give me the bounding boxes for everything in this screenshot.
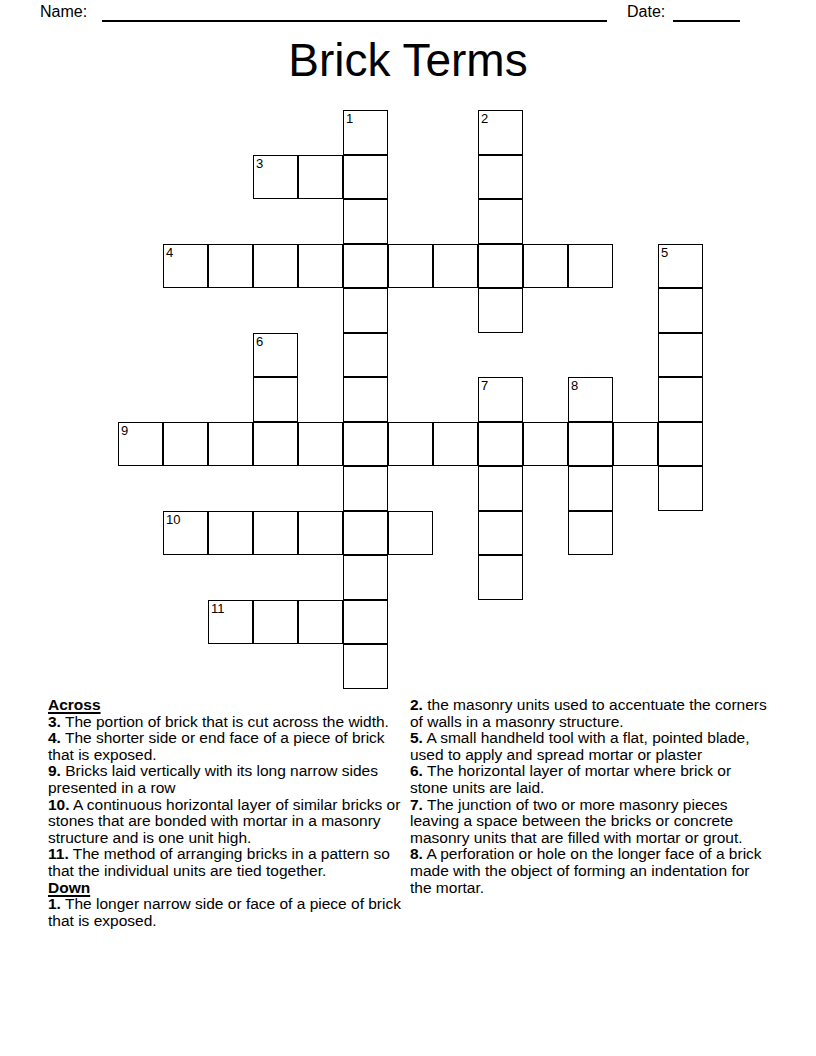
grid-block xyxy=(523,377,568,422)
grid-cell[interactable] xyxy=(343,288,388,333)
grid-block xyxy=(478,600,523,645)
grid-block xyxy=(163,377,208,422)
clue-number: 1 xyxy=(346,111,353,126)
grid-block xyxy=(388,199,433,244)
grid-cell[interactable] xyxy=(343,244,388,289)
grid-block xyxy=(298,644,343,689)
grid-cell[interactable] xyxy=(343,600,388,645)
grid-cell[interactable] xyxy=(208,244,253,289)
clue: 1. The longer narrow side or face of a p… xyxy=(48,896,406,929)
grid-cell[interactable] xyxy=(343,377,388,422)
grid-block xyxy=(568,110,613,155)
grid-block xyxy=(298,377,343,422)
clues-left-column: Across 3. The portion of brick that is c… xyxy=(48,697,406,929)
grid-cell[interactable] xyxy=(298,422,343,467)
grid-cell[interactable]: 6 xyxy=(253,333,298,378)
grid-block xyxy=(208,110,253,155)
clue-number: 4 xyxy=(166,245,173,260)
grid-block xyxy=(658,555,703,600)
grid-block xyxy=(433,199,478,244)
grid-block xyxy=(208,555,253,600)
grid-block xyxy=(208,377,253,422)
grid-cell[interactable] xyxy=(568,511,613,556)
grid-block xyxy=(298,110,343,155)
grid-block xyxy=(568,155,613,200)
grid-block xyxy=(118,600,163,645)
grid-block xyxy=(298,333,343,378)
grid-cell[interactable]: 11 xyxy=(208,600,253,645)
grid-cell[interactable]: 8 xyxy=(568,377,613,422)
grid-block xyxy=(118,511,163,556)
grid-block xyxy=(163,110,208,155)
grid-block xyxy=(523,466,568,511)
crossword-grid: 1234567891011 xyxy=(118,110,703,689)
grid-cell[interactable] xyxy=(478,199,523,244)
grid-block xyxy=(388,644,433,689)
grid-block xyxy=(568,288,613,333)
down-clue-list-left: 1. The longer narrow side or face of a p… xyxy=(48,896,406,929)
grid-cell[interactable]: 9 xyxy=(118,422,163,467)
grid-block xyxy=(613,377,658,422)
grid-cell[interactable] xyxy=(658,466,703,511)
grid-cell[interactable] xyxy=(388,511,433,556)
grid-cell[interactable] xyxy=(163,422,208,467)
grid-block xyxy=(298,466,343,511)
grid-block xyxy=(658,511,703,556)
grid-block xyxy=(433,155,478,200)
grid-cell[interactable] xyxy=(208,511,253,556)
grid-cell[interactable] xyxy=(253,511,298,556)
grid-block xyxy=(568,555,613,600)
grid-block xyxy=(118,333,163,378)
grid-cell[interactable] xyxy=(478,244,523,289)
grid-cell[interactable] xyxy=(478,288,523,333)
clue-number: 3 xyxy=(256,156,263,171)
grid-block xyxy=(568,600,613,645)
grid-block xyxy=(253,644,298,689)
grid-cell[interactable] xyxy=(343,199,388,244)
grid-block xyxy=(208,466,253,511)
grid-cell[interactable] xyxy=(478,511,523,556)
clue-number: 2 xyxy=(481,111,488,126)
clue-number: 9 xyxy=(121,423,128,438)
grid-cell[interactable] xyxy=(658,377,703,422)
grid-cell[interactable] xyxy=(568,244,613,289)
grid-block xyxy=(568,199,613,244)
grid-block xyxy=(433,110,478,155)
grid-block xyxy=(388,110,433,155)
grid-block xyxy=(208,333,253,378)
clue: 3. The portion of brick that is cut acro… xyxy=(48,714,406,731)
name-input-line[interactable] xyxy=(102,0,607,22)
grid-block xyxy=(163,555,208,600)
grid-block xyxy=(163,288,208,333)
grid-cell[interactable] xyxy=(298,155,343,200)
grid-cell[interactable] xyxy=(343,333,388,378)
clue-number: 10 xyxy=(166,512,180,527)
grid-block xyxy=(658,644,703,689)
grid-block xyxy=(208,155,253,200)
down-clue-list-right: 2. the masonry units used to accentuate … xyxy=(410,697,772,896)
grid-block xyxy=(568,333,613,378)
grid-cell[interactable] xyxy=(613,422,658,467)
grid-cell[interactable] xyxy=(253,377,298,422)
grid-cell[interactable] xyxy=(478,155,523,200)
clue-number: 11 xyxy=(211,601,225,616)
worksheet-page: Name: Date: Brick Terms 1234567891011 Ac… xyxy=(0,0,816,1056)
grid-block xyxy=(388,333,433,378)
grid-block xyxy=(253,555,298,600)
grid-block xyxy=(613,511,658,556)
clue: 11. The method of arranging bricks in a … xyxy=(48,846,406,879)
grid-cell[interactable] xyxy=(433,244,478,289)
grid-cell[interactable] xyxy=(298,244,343,289)
grid-cell[interactable] xyxy=(388,422,433,467)
grid-block xyxy=(253,110,298,155)
grid-cell[interactable]: 1 xyxy=(343,110,388,155)
grid-cell[interactable] xyxy=(433,422,478,467)
grid-block xyxy=(163,600,208,645)
grid-block xyxy=(118,199,163,244)
grid-block xyxy=(613,644,658,689)
grid-block xyxy=(298,555,343,600)
grid-cell[interactable] xyxy=(523,244,568,289)
down-header: Down xyxy=(48,880,406,897)
clue-num: 7. xyxy=(410,796,423,813)
grid-cell[interactable] xyxy=(253,244,298,289)
grid-block xyxy=(613,555,658,600)
grid-cell[interactable] xyxy=(253,600,298,645)
grid-block xyxy=(658,199,703,244)
grid-block xyxy=(388,155,433,200)
grid-block xyxy=(163,155,208,200)
grid-cell[interactable] xyxy=(343,422,388,467)
clue-number: 8 xyxy=(571,378,578,393)
grid-block xyxy=(118,377,163,422)
clue-num: 2. xyxy=(410,696,423,713)
clue-number: 6 xyxy=(256,334,263,349)
grid-block xyxy=(433,466,478,511)
grid-block xyxy=(118,155,163,200)
clue: 7. The junction of two or more masonry p… xyxy=(410,797,772,847)
grid-block xyxy=(208,288,253,333)
grid-cell[interactable]: 3 xyxy=(253,155,298,200)
clue: 9. Bricks laid vertically with its long … xyxy=(48,763,406,796)
grid-cell[interactable] xyxy=(343,511,388,556)
grid-block xyxy=(388,600,433,645)
grid-block xyxy=(253,199,298,244)
grid-cell[interactable] xyxy=(343,466,388,511)
across-header: Across xyxy=(48,697,406,714)
clue: 5. A small handheld tool with a flat, po… xyxy=(410,730,772,763)
grid-block xyxy=(298,199,343,244)
grid-cell[interactable] xyxy=(658,422,703,467)
grid-block xyxy=(523,288,568,333)
grid-block xyxy=(658,155,703,200)
grid-cell[interactable] xyxy=(343,555,388,600)
date-input-line[interactable] xyxy=(673,0,740,22)
grid-block xyxy=(118,110,163,155)
clue: 2. the masonry units used to accentuate … xyxy=(410,697,772,730)
grid-block xyxy=(388,555,433,600)
clue-num: 10. xyxy=(48,796,70,813)
grid-block xyxy=(118,288,163,333)
clue: 8. A perforation or hole on the longer f… xyxy=(410,846,772,896)
grid-block xyxy=(433,377,478,422)
name-label: Name: xyxy=(40,3,87,21)
grid-cell[interactable] xyxy=(478,555,523,600)
grid-cell[interactable] xyxy=(208,422,253,467)
grid-cell[interactable] xyxy=(658,333,703,378)
grid-block xyxy=(433,644,478,689)
clue-num: 9. xyxy=(48,762,61,779)
clue: 10. A continuous horizontal layer of sim… xyxy=(48,797,406,847)
clue-num: 8. xyxy=(410,845,423,862)
grid-block xyxy=(523,333,568,378)
grid-cell[interactable]: 7 xyxy=(478,377,523,422)
grid-block xyxy=(523,511,568,556)
grid-cell[interactable]: 4 xyxy=(163,244,208,289)
grid-block xyxy=(478,333,523,378)
clue-number: 5 xyxy=(661,245,668,260)
grid-block xyxy=(568,644,613,689)
grid-cell[interactable] xyxy=(298,600,343,645)
grid-block xyxy=(118,466,163,511)
clues-right-column: 2. the masonry units used to accentuate … xyxy=(410,697,772,896)
grid-block xyxy=(523,600,568,645)
grid-block xyxy=(523,644,568,689)
grid-block xyxy=(118,244,163,289)
grid-cell[interactable] xyxy=(388,244,433,289)
grid-block xyxy=(658,110,703,155)
grid-block xyxy=(433,511,478,556)
grid-block xyxy=(163,644,208,689)
grid-block xyxy=(613,333,658,378)
grid-cell[interactable] xyxy=(343,644,388,689)
clue-num: 1. xyxy=(48,895,61,912)
clue-num: 6. xyxy=(410,762,423,779)
clue-num: 5. xyxy=(410,729,423,746)
grid-block xyxy=(433,555,478,600)
grid-block xyxy=(433,333,478,378)
grid-cell[interactable] xyxy=(253,422,298,467)
page-title: Brick Terms xyxy=(0,33,816,87)
grid-block xyxy=(523,155,568,200)
grid-cell[interactable] xyxy=(568,466,613,511)
grid-block xyxy=(658,600,703,645)
grid-block xyxy=(613,466,658,511)
grid-block xyxy=(163,333,208,378)
grid-block xyxy=(253,288,298,333)
grid-block xyxy=(433,288,478,333)
grid-block xyxy=(163,199,208,244)
clue: 4. The shorter side or end face of a pie… xyxy=(48,730,406,763)
grid-block xyxy=(613,199,658,244)
across-clue-list: 3. The portion of brick that is cut acro… xyxy=(48,714,406,880)
grid-cell[interactable]: 5 xyxy=(658,244,703,289)
grid-block xyxy=(433,600,478,645)
grid-block xyxy=(253,466,298,511)
grid-block xyxy=(523,110,568,155)
date-label: Date: xyxy=(627,3,665,21)
grid-block xyxy=(208,644,253,689)
grid-cell[interactable] xyxy=(343,155,388,200)
grid-block xyxy=(208,199,253,244)
grid-cell[interactable] xyxy=(658,288,703,333)
grid-cell[interactable] xyxy=(568,422,613,467)
grid-cell[interactable]: 2 xyxy=(478,110,523,155)
grid-cell[interactable]: 10 xyxy=(163,511,208,556)
grid-block xyxy=(613,110,658,155)
grid-block xyxy=(118,555,163,600)
grid-block xyxy=(613,155,658,200)
grid-cell[interactable] xyxy=(298,511,343,556)
grid-block xyxy=(118,644,163,689)
grid-block xyxy=(613,244,658,289)
grid-block xyxy=(298,288,343,333)
grid-block xyxy=(613,600,658,645)
grid-block xyxy=(388,377,433,422)
grid-block xyxy=(523,555,568,600)
clue-num: 4. xyxy=(48,729,61,746)
clue-number: 7 xyxy=(481,378,488,393)
grid-block xyxy=(523,199,568,244)
grid-block xyxy=(388,466,433,511)
grid-block xyxy=(613,288,658,333)
grid-block xyxy=(163,466,208,511)
grid-block xyxy=(478,644,523,689)
clue-num: 3. xyxy=(48,713,61,730)
grid-cell[interactable] xyxy=(478,422,523,467)
clue-num: 11. xyxy=(48,845,69,862)
grid-block xyxy=(388,288,433,333)
grid-cell[interactable] xyxy=(478,466,523,511)
grid-cell[interactable] xyxy=(523,422,568,467)
clue: 6. The horizontal layer of mortar where … xyxy=(410,763,772,796)
